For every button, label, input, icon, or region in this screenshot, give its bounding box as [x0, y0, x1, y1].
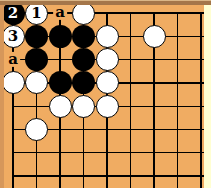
grid-line-v: [200, 12, 201, 188]
diagram-left-border: [0, 5, 4, 188]
black-stone: [25, 48, 48, 71]
white-stone: [96, 95, 119, 118]
white-stone: [96, 25, 119, 48]
white-stone: [143, 25, 166, 48]
point-label: a: [53, 5, 67, 20]
white-stone: [49, 95, 72, 118]
white-stone: [96, 71, 119, 94]
white-stone: [2, 71, 25, 94]
white-stone: [25, 118, 48, 141]
move-number: 1: [31, 6, 41, 21]
white-stone: [25, 71, 48, 94]
page-background-strip: [204, 5, 211, 188]
move-number: 2: [8, 6, 18, 21]
black-stone: [49, 25, 72, 48]
white-stone: [72, 95, 95, 118]
black-stone: [49, 71, 72, 94]
point-label: a: [6, 51, 20, 66]
black-stone: [25, 25, 48, 48]
black-stone: [72, 48, 95, 71]
grid-line-v: [177, 12, 178, 188]
black-stone: [72, 71, 95, 94]
grid-line-h: [12, 175, 204, 176]
move-number: 3: [8, 29, 18, 44]
go-diagram: 21a3a: [0, 0, 211, 188]
black-stone: [72, 25, 95, 48]
grid-line-v: [130, 12, 131, 188]
diagram-top-border: [0, 0, 211, 5]
grid-line-h: [12, 152, 204, 153]
white-stone: 3: [2, 25, 25, 48]
white-stone: [96, 48, 119, 71]
